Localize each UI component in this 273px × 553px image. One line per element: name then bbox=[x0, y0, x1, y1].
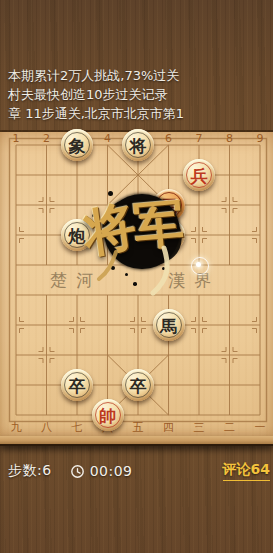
ticker-line-2: 村夫最快创造10步过关记录 bbox=[8, 85, 271, 104]
piece-character: 馬 bbox=[160, 317, 177, 334]
piece-character: 馬 bbox=[160, 197, 177, 214]
piece-character: 帥 bbox=[99, 407, 116, 424]
piece-red-horse[interactable]: 馬 bbox=[153, 189, 185, 221]
piece-red-soldier[interactable]: 兵 bbox=[183, 159, 215, 191]
piece-black-cannon[interactable]: 炮 bbox=[61, 219, 93, 251]
app-screen: 本期累计2万人挑战,73%过关 村夫最快创造10步过关记录 章 11步通关,北京… bbox=[0, 0, 273, 553]
piece-black-horse[interactable]: 馬 bbox=[153, 309, 185, 341]
piece-character: 炮 bbox=[69, 227, 86, 244]
piece-character: 卒 bbox=[69, 377, 86, 394]
leaderboard-ticker: 本期累计2万人挑战,73%过关 村夫最快创造10步过关记录 章 11步通关,北京… bbox=[8, 66, 271, 123]
status-bar: 步数:6 00:09 评论64 bbox=[8, 461, 270, 481]
piece-black-soldier[interactable]: 卒 bbox=[122, 369, 154, 401]
last-move-origin-marker bbox=[191, 257, 209, 275]
clock-icon bbox=[70, 464, 85, 479]
comments-button[interactable]: 评论64 bbox=[223, 461, 270, 481]
timer-value: 00:09 bbox=[90, 463, 133, 479]
piece-character: 将 bbox=[130, 137, 147, 154]
piece-black-general[interactable]: 将 bbox=[122, 129, 154, 161]
piece-black-elephant[interactable]: 象 bbox=[61, 129, 93, 161]
piece-character: 卒 bbox=[130, 377, 147, 394]
piece-red-general[interactable]: 帥 bbox=[92, 399, 124, 431]
piece-red-cannon[interactable]: 炮 bbox=[153, 219, 185, 251]
piece-character: 兵 bbox=[191, 167, 208, 184]
piece-black-soldier[interactable]: 卒 bbox=[61, 369, 93, 401]
piece-character: 象 bbox=[69, 137, 86, 154]
piece-character: 炮 bbox=[160, 227, 177, 244]
board-front-edge bbox=[0, 436, 273, 446]
ticker-line-1: 本期累计2万人挑战,73%过关 bbox=[8, 66, 271, 85]
step-counter: 步数:6 bbox=[8, 462, 52, 480]
ticker-line-3: 章 11步通关,北京市北京市第1 bbox=[8, 104, 271, 123]
